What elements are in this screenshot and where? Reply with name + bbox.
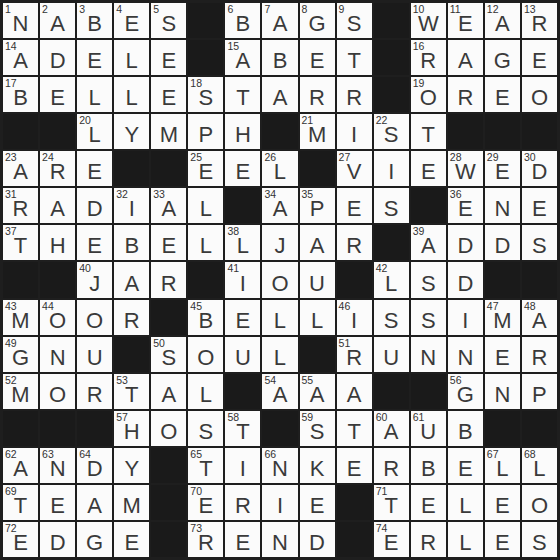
letter-cell-r7c7[interactable]: 38L	[225, 225, 260, 260]
cell-letter: E	[3, 522, 38, 557]
letter-cell-r2c3[interactable]: E	[77, 40, 112, 75]
cell-letter: T	[225, 411, 260, 446]
letter-cell-r13c6[interactable]: 65T	[188, 448, 223, 483]
black-cell-r12c8	[262, 411, 297, 446]
letter-cell-r10c10[interactable]: 51R	[337, 337, 372, 372]
letter-cell-r2c13[interactable]: A	[448, 40, 483, 75]
letter-cell-r11c6[interactable]: L	[188, 374, 223, 409]
letter-cell-r15c12[interactable]: R	[411, 522, 446, 557]
letter-cell-r7c8[interactable]: J	[262, 225, 297, 260]
cell-letter: J	[77, 262, 112, 297]
letter-cell-r4c4[interactable]: Y	[114, 114, 149, 149]
letter-cell-r14c1[interactable]: 69T	[3, 485, 38, 520]
letter-cell-r10c8[interactable]: L	[262, 337, 297, 372]
cell-letter: S	[374, 188, 409, 223]
letter-cell-r5c14[interactable]: 29E	[485, 151, 520, 186]
black-cell-r9c5	[151, 300, 186, 335]
letter-cell-r2c15[interactable]: E	[522, 40, 557, 75]
letter-cell-r15c8[interactable]: N	[262, 522, 297, 557]
letter-cell-r6c3[interactable]: D	[77, 188, 112, 223]
letter-cell-r5c10[interactable]: 27V	[337, 151, 372, 186]
letter-cell-r13c1[interactable]: 62A	[3, 448, 38, 483]
cell-letter: W	[448, 151, 483, 186]
cell-letter: H	[40, 225, 75, 260]
letter-cell-r6c15[interactable]: E	[522, 188, 557, 223]
cell-letter: T	[188, 448, 223, 483]
letter-cell-r12c6[interactable]: S	[188, 411, 223, 446]
cell-letter: L	[522, 448, 557, 483]
letter-cell-r15c6[interactable]: 73R	[188, 522, 223, 557]
cell-letter: A	[448, 40, 483, 75]
black-cell-r4c1	[3, 114, 38, 149]
black-cell-r10c4	[114, 337, 149, 372]
black-cell-r11c11	[374, 374, 409, 409]
letter-cell-r11c2[interactable]: O	[40, 374, 75, 409]
letter-cell-r15c11[interactable]: 74E	[374, 522, 409, 557]
letter-cell-r14c7[interactable]: R	[225, 485, 260, 520]
cell-letter: E	[188, 485, 223, 520]
cell-letter: S	[337, 3, 372, 38]
cell-letter: G	[485, 40, 520, 75]
cell-letter: U	[225, 337, 260, 372]
cell-letter: B	[262, 40, 297, 75]
letter-cell-r10c1[interactable]: 49G	[3, 337, 38, 372]
letter-cell-r13c12[interactable]: B	[411, 448, 446, 483]
letter-cell-r3c8[interactable]: A	[262, 77, 297, 112]
cell-letter: E	[225, 300, 260, 335]
letter-cell-r2c5[interactable]: E	[151, 40, 186, 75]
black-cell-r2c11	[374, 40, 409, 75]
letter-cell-r6c2[interactable]: A	[40, 188, 75, 223]
letter-cell-r9c2[interactable]: 44O	[40, 300, 75, 335]
cell-letter: I	[262, 485, 297, 520]
letter-cell-r4c12[interactable]: T	[411, 114, 446, 149]
letter-cell-r13c14[interactable]: 67L	[485, 448, 520, 483]
cell-letter: N	[485, 374, 520, 409]
letter-cell-r3c12[interactable]: 19O	[411, 77, 446, 112]
letter-cell-r3c7[interactable]: T	[225, 77, 260, 112]
letter-cell-r3c4[interactable]: L	[114, 77, 149, 112]
letter-cell-r11c15[interactable]: P	[522, 374, 557, 409]
letter-cell-r15c9[interactable]: D	[300, 522, 335, 557]
letter-cell-r3c9[interactable]: R	[300, 77, 335, 112]
letter-cell-r7c12[interactable]: 39A	[411, 225, 446, 260]
black-cell-r12c14	[485, 411, 520, 446]
cell-letter: E	[225, 522, 260, 557]
black-cell-r13c5	[151, 448, 186, 483]
letter-cell-r10c5[interactable]: 50S	[151, 337, 186, 372]
cell-letter: I	[225, 448, 260, 483]
letter-cell-r3c3[interactable]: L	[77, 77, 112, 112]
letter-cell-r8c13[interactable]: D	[448, 262, 483, 297]
letter-cell-r9c12[interactable]: S	[411, 300, 446, 335]
cell-letter: R	[522, 337, 557, 372]
cell-letter: A	[411, 225, 446, 260]
black-cell-r8c2	[40, 262, 75, 297]
cell-letter: T	[411, 114, 446, 149]
letter-cell-r15c15[interactable]: S	[522, 522, 557, 557]
letter-cell-r15c2[interactable]: D	[40, 522, 75, 557]
letter-cell-r11c8[interactable]: 54A	[262, 374, 297, 409]
black-cell-r15c5	[151, 522, 186, 557]
letter-cell-r12c10[interactable]: T	[337, 411, 372, 446]
cell-letter: E	[485, 337, 520, 372]
black-cell-r8c14	[485, 262, 520, 297]
cell-letter: O	[40, 374, 75, 409]
letter-cell-r8c12[interactable]: S	[411, 262, 446, 297]
letter-cell-r4c9[interactable]: 21M	[300, 114, 335, 149]
letter-cell-r7c13[interactable]: D	[448, 225, 483, 260]
letter-cell-r11c1[interactable]: 52M	[3, 374, 38, 409]
letter-cell-r6c8[interactable]: 34A	[262, 188, 297, 223]
black-cell-r1c6	[188, 3, 223, 38]
letter-cell-r4c3[interactable]: 20L	[77, 114, 112, 149]
cell-letter: E	[77, 40, 112, 75]
letter-cell-r2c10[interactable]: T	[337, 40, 372, 75]
black-cell-r8c1	[3, 262, 38, 297]
cell-letter: E	[337, 448, 372, 483]
letter-cell-r10c6[interactable]: O	[188, 337, 223, 372]
letter-cell-r14c8[interactable]: I	[262, 485, 297, 520]
letter-cell-r8c11[interactable]: 42L	[374, 262, 409, 297]
cell-letter: A	[522, 300, 557, 335]
letter-cell-r4c7[interactable]: H	[225, 114, 260, 149]
letter-cell-r8c3[interactable]: 40J	[77, 262, 112, 297]
cell-letter: P	[522, 374, 557, 409]
letter-cell-r7c2[interactable]: H	[40, 225, 75, 260]
cell-letter: L	[77, 114, 112, 149]
letter-cell-r1c14[interactable]: 12A	[485, 3, 520, 38]
letter-cell-r13c13[interactable]: E	[448, 448, 483, 483]
letter-cell-r10c12[interactable]: N	[411, 337, 446, 372]
cell-letter: S	[522, 522, 557, 557]
cell-letter: B	[411, 448, 446, 483]
cell-letter: R	[337, 225, 372, 260]
cell-letter: Y	[114, 114, 149, 149]
letter-cell-r14c13[interactable]: L	[448, 485, 483, 520]
letter-cell-r6c6[interactable]: L	[188, 188, 223, 223]
letter-cell-r3c14[interactable]: E	[485, 77, 520, 112]
cell-letter: B	[3, 77, 38, 112]
letter-cell-r12c12[interactable]: 61U	[411, 411, 446, 446]
letter-cell-r3c6[interactable]: 18S	[188, 77, 223, 112]
letter-cell-r10c15[interactable]: R	[522, 337, 557, 372]
letter-cell-r9c11[interactable]: S	[374, 300, 409, 335]
letter-cell-r1c8[interactable]: 7A	[262, 3, 297, 38]
letter-cell-r13c10[interactable]: E	[337, 448, 372, 483]
cell-letter: R	[300, 77, 335, 112]
cell-letter: L	[225, 225, 260, 260]
black-cell-r6c12	[411, 188, 446, 223]
black-cell-r2c6	[188, 40, 223, 75]
cell-letter: R	[337, 337, 372, 372]
letter-cell-r15c1[interactable]: 72E	[3, 522, 38, 557]
letter-cell-r13c2[interactable]: 63N	[40, 448, 75, 483]
letter-cell-r1c12[interactable]: 10W	[411, 3, 446, 38]
letter-cell-r14c6[interactable]: 70E	[188, 485, 223, 520]
letter-cell-r15c13[interactable]: L	[448, 522, 483, 557]
cell-letter: L	[77, 77, 112, 112]
letter-cell-r5c13[interactable]: 28W	[448, 151, 483, 186]
cell-letter: L	[188, 374, 223, 409]
letter-cell-r5c1[interactable]: 23A	[3, 151, 38, 186]
letter-cell-r14c11[interactable]: 71T	[374, 485, 409, 520]
letter-cell-r3c2[interactable]: E	[40, 77, 75, 112]
letter-cell-r2c9[interactable]: E	[300, 40, 335, 75]
letter-cell-r14c3[interactable]: A	[77, 485, 112, 520]
cell-letter: R	[448, 77, 483, 112]
letter-cell-r11c4[interactable]: 53T	[114, 374, 149, 409]
letter-cell-r9c15[interactable]: 48A	[522, 300, 557, 335]
letter-cell-r12c4[interactable]: 57H	[114, 411, 149, 446]
letter-cell-r13c8[interactable]: 66N	[262, 448, 297, 483]
cell-letter: Y	[114, 448, 149, 483]
letter-cell-r2c4[interactable]: L	[114, 40, 149, 75]
cell-letter: L	[262, 337, 297, 372]
cell-letter: H	[225, 114, 260, 149]
letter-cell-r1c1[interactable]: 1N	[3, 3, 38, 38]
letter-cell-r14c15[interactable]: O	[522, 485, 557, 520]
letter-cell-r10c11[interactable]: U	[374, 337, 409, 372]
cell-letter: E	[485, 77, 520, 112]
cell-letter: U	[77, 337, 112, 372]
letter-cell-r7c9[interactable]: A	[300, 225, 335, 260]
letter-cell-r13c11[interactable]: R	[374, 448, 409, 483]
letter-cell-r14c2[interactable]: E	[40, 485, 75, 520]
letter-cell-r6c13[interactable]: 36E	[448, 188, 483, 223]
letter-cell-r5c11[interactable]: I	[374, 151, 409, 186]
letter-cell-r7c1[interactable]: 37T	[3, 225, 38, 260]
letter-cell-r11c10[interactable]: A	[337, 374, 372, 409]
cell-letter: S	[188, 77, 223, 112]
cell-letter: R	[77, 374, 112, 409]
cell-letter: R	[114, 300, 149, 335]
cell-letter: D	[40, 522, 75, 557]
letter-cell-r13c4[interactable]: Y	[114, 448, 149, 483]
letter-cell-r12c5[interactable]: O	[151, 411, 186, 446]
letter-cell-r5c2[interactable]: 24R	[40, 151, 75, 186]
cell-letter: N	[40, 337, 75, 372]
letter-cell-r11c13[interactable]: 56G	[448, 374, 483, 409]
letter-cell-r10c13[interactable]: N	[448, 337, 483, 372]
cell-letter: E	[300, 40, 335, 75]
black-cell-r4c15	[522, 114, 557, 149]
letter-cell-r15c3[interactable]: G	[77, 522, 112, 557]
crossword-grid: 1N2A3B4E5S6B7A8G9S10W11E12A13R14ADELE15A…	[0, 0, 560, 560]
black-cell-r15c10	[337, 522, 372, 557]
cell-letter: U	[374, 337, 409, 372]
letter-cell-r15c14[interactable]: E	[485, 522, 520, 557]
cell-letter: K	[300, 448, 335, 483]
letter-cell-r3c13[interactable]: R	[448, 77, 483, 112]
letter-cell-r2c7[interactable]: 15A	[225, 40, 260, 75]
letter-cell-r12c13[interactable]: B	[448, 411, 483, 446]
black-cell-r5c4	[114, 151, 149, 186]
cell-letter: E	[485, 522, 520, 557]
black-cell-r11c7	[225, 374, 260, 409]
letter-cell-r9c3[interactable]: O	[77, 300, 112, 335]
cell-letter: E	[485, 151, 520, 186]
letter-cell-r1c15[interactable]: 13R	[522, 3, 557, 38]
cell-letter: S	[188, 411, 223, 446]
letter-cell-r9c10[interactable]: 46I	[337, 300, 372, 335]
letter-cell-r3c15[interactable]: O	[522, 77, 557, 112]
letter-cell-r5c15[interactable]: 30D	[522, 151, 557, 186]
cell-letter: R	[225, 485, 260, 520]
cell-letter: S	[151, 3, 186, 38]
letter-cell-r6c11[interactable]: S	[374, 188, 409, 223]
letter-cell-r4c6[interactable]: P	[188, 114, 223, 149]
cell-letter: E	[77, 151, 112, 186]
letter-cell-r14c14[interactable]: E	[485, 485, 520, 520]
letter-cell-r8c9[interactable]: U	[300, 262, 335, 297]
letter-cell-r9c6[interactable]: 45B	[188, 300, 223, 335]
letter-cell-r1c13[interactable]: 11E	[448, 3, 483, 38]
letter-cell-r1c2[interactable]: 2A	[40, 3, 75, 38]
cell-letter: A	[225, 40, 260, 75]
letter-cell-r6c9[interactable]: 35P	[300, 188, 335, 223]
letter-cell-r10c7[interactable]: U	[225, 337, 260, 372]
letter-cell-r1c10[interactable]: 9S	[337, 3, 372, 38]
letter-cell-r8c5[interactable]: R	[151, 262, 186, 297]
cell-letter: S	[374, 300, 409, 335]
black-cell-r10c9	[300, 337, 335, 372]
cell-letter: A	[262, 3, 297, 38]
letter-cell-r11c3[interactable]: R	[77, 374, 112, 409]
letter-cell-r11c5[interactable]: A	[151, 374, 186, 409]
letter-cell-r9c14[interactable]: 47M	[485, 300, 520, 335]
black-cell-r1c11	[374, 3, 409, 38]
cell-letter: D	[300, 522, 335, 557]
letter-cell-r2c12[interactable]: 16R	[411, 40, 446, 75]
letter-cell-r10c3[interactable]: U	[77, 337, 112, 372]
letter-cell-r9c1[interactable]: 43M	[3, 300, 38, 335]
letter-cell-r4c5[interactable]: M	[151, 114, 186, 149]
letter-cell-r7c15[interactable]: S	[522, 225, 557, 260]
letter-cell-r1c3[interactable]: 3B	[77, 3, 112, 38]
letter-cell-r10c2[interactable]: N	[40, 337, 75, 372]
letter-cell-r13c7[interactable]: I	[225, 448, 260, 483]
cell-letter: E	[411, 151, 446, 186]
letter-cell-r11c14[interactable]: N	[485, 374, 520, 409]
letter-cell-r15c4[interactable]: E	[114, 522, 149, 557]
letter-cell-r9c9[interactable]: L	[300, 300, 335, 335]
letter-cell-r15c7[interactable]: E	[225, 522, 260, 557]
letter-cell-r7c4[interactable]: B	[114, 225, 149, 260]
letter-cell-r5c7[interactable]: E	[225, 151, 260, 186]
cell-letter: A	[337, 374, 372, 409]
black-cell-r12c15	[522, 411, 557, 446]
letter-cell-r5c3[interactable]: E	[77, 151, 112, 186]
letter-cell-r3c10[interactable]: R	[337, 77, 372, 112]
letter-cell-r4c10[interactable]: I	[337, 114, 372, 149]
letter-cell-r9c4[interactable]: R	[114, 300, 149, 335]
letter-cell-r11c9[interactable]: 55A	[300, 374, 335, 409]
cell-letter: D	[448, 262, 483, 297]
letter-cell-r8c4[interactable]: A	[114, 262, 149, 297]
letter-cell-r8c8[interactable]: O	[262, 262, 297, 297]
cell-letter: P	[300, 188, 335, 223]
cell-letter: N	[3, 3, 38, 38]
cell-letter: T	[337, 411, 372, 446]
letter-cell-r4c11[interactable]: 22S	[374, 114, 409, 149]
letter-cell-r9c7[interactable]: E	[225, 300, 260, 335]
cell-letter: E	[411, 485, 446, 520]
letter-cell-r2c14[interactable]: G	[485, 40, 520, 75]
cell-letter: N	[448, 337, 483, 372]
letter-cell-r5c6[interactable]: 25E	[188, 151, 223, 186]
letter-cell-r5c8[interactable]: 26L	[262, 151, 297, 186]
letter-cell-r12c7[interactable]: 58T	[225, 411, 260, 446]
letter-cell-r1c5[interactable]: 5S	[151, 3, 186, 38]
cell-letter: E	[151, 225, 186, 260]
letter-cell-r7c10[interactable]: R	[337, 225, 372, 260]
letter-cell-r6c10[interactable]: E	[337, 188, 372, 223]
letter-cell-r1c7[interactable]: 6B	[225, 3, 260, 38]
cell-letter: A	[151, 188, 186, 223]
letter-cell-r13c15[interactable]: 68L	[522, 448, 557, 483]
cell-letter: R	[40, 151, 75, 186]
black-cell-r4c13	[448, 114, 483, 149]
letter-cell-r1c4[interactable]: 4E	[114, 3, 149, 38]
cell-letter: E	[522, 188, 557, 223]
letter-cell-r6c4[interactable]: 32I	[114, 188, 149, 223]
letter-cell-r14c9[interactable]: E	[300, 485, 335, 520]
letter-cell-r14c4[interactable]: M	[114, 485, 149, 520]
letter-cell-r9c8[interactable]: L	[262, 300, 297, 335]
letter-cell-r6c1[interactable]: 31R	[3, 188, 38, 223]
cell-letter: N	[40, 448, 75, 483]
cell-letter: D	[448, 225, 483, 260]
cell-letter: D	[77, 448, 112, 483]
black-cell-r5c9	[300, 151, 335, 186]
letter-cell-r10c14[interactable]: E	[485, 337, 520, 372]
letter-cell-r6c5[interactable]: 33A	[151, 188, 186, 223]
cell-letter: O	[40, 300, 75, 335]
cell-letter: E	[77, 225, 112, 260]
letter-cell-r8c7[interactable]: 41I	[225, 262, 260, 297]
cell-letter: L	[448, 485, 483, 520]
cell-letter: I	[448, 300, 483, 335]
letter-cell-r9c13[interactable]: I	[448, 300, 483, 335]
letter-cell-r14c12[interactable]: E	[411, 485, 446, 520]
letter-cell-r13c9[interactable]: K	[300, 448, 335, 483]
letter-cell-r7c3[interactable]: E	[77, 225, 112, 260]
letter-cell-r12c11[interactable]: 60A	[374, 411, 409, 446]
letter-cell-r12c9[interactable]: 59S	[300, 411, 335, 446]
letter-cell-r1c9[interactable]: 8G	[300, 3, 335, 38]
cell-letter: R	[411, 40, 446, 75]
letter-cell-r3c5[interactable]: E	[151, 77, 186, 112]
letter-cell-r6c14[interactable]: N	[485, 188, 520, 223]
letter-cell-r7c14[interactable]: D	[485, 225, 520, 260]
letter-cell-r7c5[interactable]: E	[151, 225, 186, 260]
cell-letter: L	[262, 300, 297, 335]
cell-letter: E	[188, 151, 223, 186]
cell-letter: A	[3, 448, 38, 483]
cell-letter: E	[151, 40, 186, 75]
cell-letter: M	[300, 114, 335, 149]
letter-cell-r5c12[interactable]: E	[411, 151, 446, 186]
letter-cell-r7c6[interactable]: L	[188, 225, 223, 260]
letter-cell-r2c1[interactable]: 14A	[3, 40, 38, 75]
letter-cell-r13c3[interactable]: 64D	[77, 448, 112, 483]
letter-cell-r2c8[interactable]: B	[262, 40, 297, 75]
letter-cell-r2c2[interactable]: D	[40, 40, 75, 75]
cell-letter: D	[77, 188, 112, 223]
black-cell-r4c14	[485, 114, 520, 149]
letter-cell-r3c1[interactable]: 17B	[3, 77, 38, 112]
